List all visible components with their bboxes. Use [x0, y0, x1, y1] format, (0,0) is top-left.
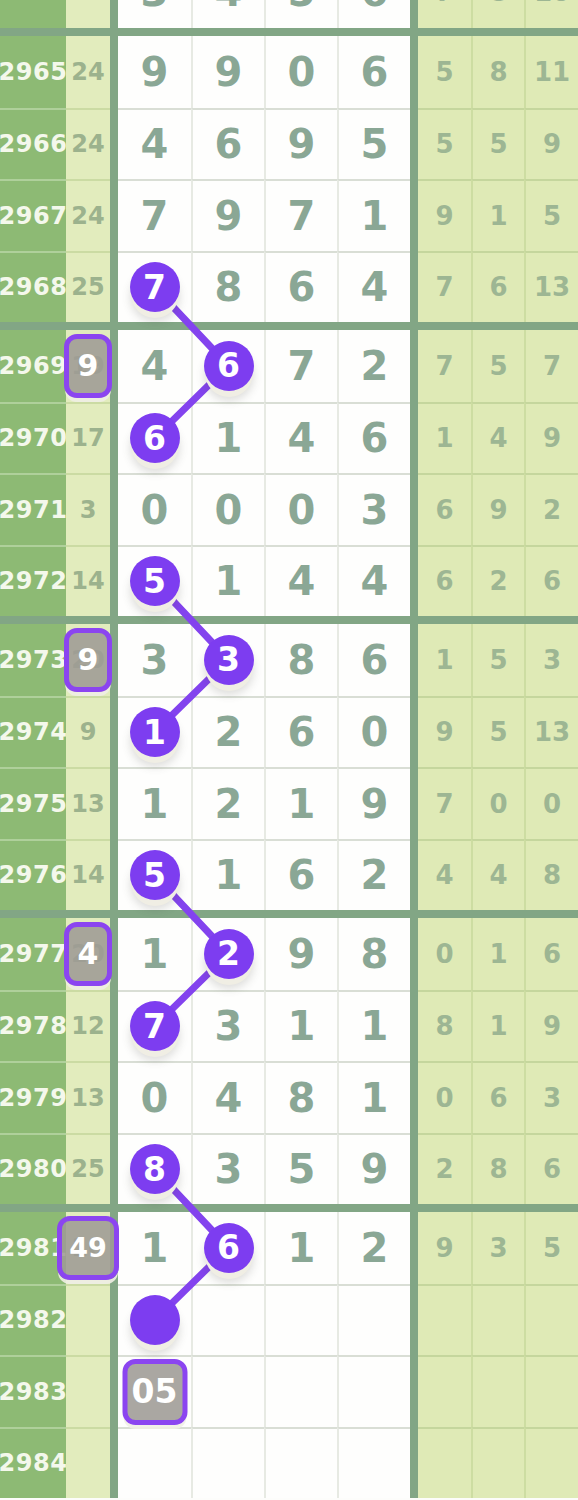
- stat-cell: 2: [524, 473, 578, 545]
- period-cell: 2980: [0, 1133, 66, 1205]
- digit-cell: [264, 1427, 337, 1499]
- digit-cell: [191, 1355, 264, 1427]
- digit-value: 2: [361, 1225, 389, 1271]
- stat-cell: [471, 1427, 524, 1499]
- digit-value: 4: [288, 558, 316, 604]
- digit-value: 1: [215, 558, 243, 604]
- digit-cell: 6: [264, 251, 337, 323]
- stat-cell: 9: [471, 473, 524, 545]
- digit-value: 4: [215, 0, 243, 15]
- digit-cell: 3: [118, 624, 191, 696]
- digit-value: 6: [361, 637, 389, 683]
- stat-cell: 0: [418, 1061, 471, 1133]
- sum-cell: 9: [66, 696, 110, 768]
- table-row: 2980258359286: [0, 1133, 578, 1205]
- stat-cell: 6: [418, 545, 471, 617]
- digit-cell: 5: [337, 108, 410, 180]
- digit-cell: 6: [191, 1212, 264, 1284]
- period-cell: 2983: [0, 1355, 66, 1427]
- digit-value: 0: [361, 709, 389, 755]
- stat-cell: 8: [471, 1133, 524, 1205]
- digit-cell: 2: [337, 330, 410, 402]
- period-cell: 2984: [0, 1427, 66, 1499]
- circled-digit-marker[interactable]: 6: [204, 1223, 254, 1273]
- table-row: 298110491612935: [0, 1212, 578, 1284]
- stat-value: 3: [489, 1233, 507, 1263]
- period-cell: 2982: [0, 1284, 66, 1356]
- digit-cell: [118, 1284, 191, 1356]
- digit-value: 7: [288, 343, 316, 389]
- digit-cell: 3: [191, 624, 264, 696]
- digit-value: 1: [215, 852, 243, 898]
- sum-cell: 14: [66, 545, 110, 617]
- digit-cell: 9: [264, 918, 337, 990]
- table-row: 29772041298016: [0, 918, 578, 990]
- stat-cell: 3: [524, 624, 578, 696]
- vertical-border: [110, 839, 118, 911]
- stat-cell: 0: [418, 918, 471, 990]
- vertical-border: [410, 251, 418, 323]
- digit-cell: 6: [191, 108, 264, 180]
- digit-cell: 4: [264, 545, 337, 617]
- vertical-border: [410, 1355, 418, 1427]
- sum-pick-badge[interactable]: 49: [57, 1216, 119, 1280]
- vertical-border: [410, 108, 418, 180]
- stat-value: 4: [489, 423, 507, 453]
- circled-digit-marker[interactable]: [130, 1295, 180, 1345]
- stat-value: 8: [543, 860, 561, 890]
- stat-value: 5: [543, 1233, 561, 1263]
- stat-value: 4: [489, 860, 507, 890]
- stat-value: 9: [435, 717, 453, 747]
- digit-cell: 4: [337, 545, 410, 617]
- stat-value: 6: [543, 1154, 561, 1184]
- period-cell: 2970: [0, 402, 66, 474]
- stat-value: 10: [534, 0, 570, 7]
- table-row: 298305: [0, 1355, 578, 1427]
- vertical-border: [410, 767, 418, 839]
- digit-value: 4: [215, 1075, 243, 1121]
- digit-value: 4: [288, 415, 316, 461]
- digit-value: 8: [361, 931, 389, 977]
- vertical-border: [410, 696, 418, 768]
- stat-cell: 8: [418, 990, 471, 1062]
- stat-value: 7: [435, 272, 453, 302]
- digit-cell: [337, 1284, 410, 1356]
- digit-value: 2: [215, 709, 243, 755]
- stat-cell: 9: [418, 179, 471, 251]
- digit-cell: 8: [118, 1133, 191, 1205]
- table-row: 2982: [0, 1284, 578, 1356]
- stat-value: 9: [435, 1233, 453, 1263]
- digit-value: 9: [141, 49, 169, 95]
- sum-cell: 24: [66, 108, 110, 180]
- digit-cell: 6: [337, 0, 410, 28]
- table-row: 29682578647613: [0, 251, 578, 323]
- stat-value: 8: [489, 1154, 507, 1184]
- vertical-border: [410, 1427, 418, 1499]
- sum-value: 12: [71, 1012, 104, 1040]
- stat-cell: 7: [418, 330, 471, 402]
- stat-cell: 7: [524, 330, 578, 402]
- digit-pick-badge[interactable]: 05: [122, 1359, 187, 1425]
- digit-cell: [118, 1427, 191, 1499]
- digit-value: 6: [288, 709, 316, 755]
- stat-value: 8: [435, 1011, 453, 1041]
- stat-value: 5: [543, 201, 561, 231]
- period-label: 2982: [0, 1306, 67, 1334]
- digit-cell: 4: [191, 0, 264, 28]
- period-cell: 2967: [0, 179, 66, 251]
- digit-cell: 8: [337, 918, 410, 990]
- digit-cell: 1: [191, 402, 264, 474]
- period-label: 2969: [0, 352, 67, 380]
- digit-value: 9: [215, 49, 243, 95]
- table-row: 2967247971915: [0, 179, 578, 251]
- digit-cell: 4: [191, 1061, 264, 1133]
- digit-value: 8: [288, 637, 316, 683]
- period-cell: 2973: [0, 624, 66, 696]
- digit-cell: 6: [337, 36, 410, 108]
- sum-cell: 209: [66, 624, 110, 696]
- sum-pick-badge[interactable]: 9: [64, 628, 112, 692]
- stat-cell: 13: [524, 251, 578, 323]
- vertical-border: [110, 473, 118, 545]
- digit-cell: 2: [337, 1212, 410, 1284]
- vertical-border: [410, 1061, 418, 1133]
- digit-cell: 05: [118, 1355, 191, 1427]
- vertical-border: [110, 1133, 118, 1205]
- period-label: 2972: [0, 567, 67, 595]
- digit-value: 1: [288, 781, 316, 827]
- digit-cell: 5: [118, 839, 191, 911]
- sum-value: 3: [80, 496, 97, 524]
- stat-cell: 4: [471, 839, 524, 911]
- stat-cell: [524, 1284, 578, 1356]
- stat-cell: 1: [471, 918, 524, 990]
- sum-cell: 25: [66, 1133, 110, 1205]
- vertical-border: [110, 1061, 118, 1133]
- vertical-border: [410, 918, 418, 990]
- stat-cell: 7: [418, 251, 471, 323]
- sum-value: 9: [80, 718, 97, 746]
- period-cell: 2969: [0, 330, 66, 402]
- stat-cell: 5: [471, 696, 524, 768]
- vertical-border: [110, 36, 118, 108]
- digit-cell: 8: [264, 1061, 337, 1133]
- digit-cell: [337, 1427, 410, 1499]
- stat-cell: 9: [418, 1212, 471, 1284]
- digit-cell: 0: [118, 1061, 191, 1133]
- stat-value: 1: [489, 939, 507, 969]
- sum-value: 13: [71, 1084, 104, 1112]
- period-label: 2966: [0, 130, 67, 158]
- vertical-border: [110, 251, 118, 323]
- circled-digit-marker[interactable]: 5: [130, 850, 180, 900]
- stat-cell: 1: [471, 179, 524, 251]
- digit-cell: 1: [191, 839, 264, 911]
- stat-value: 7: [543, 351, 561, 381]
- stat-value: 1: [489, 201, 507, 231]
- vertical-border: [410, 1212, 418, 1284]
- digit-value: 0: [288, 487, 316, 533]
- table-row: 2975131219700: [0, 767, 578, 839]
- digit-cell: 1: [118, 767, 191, 839]
- stat-cell: 5: [524, 179, 578, 251]
- group-separator: [0, 910, 578, 918]
- stat-value: 7: [435, 789, 453, 819]
- digit-cell: 7: [264, 179, 337, 251]
- digit-cell: 5: [118, 545, 191, 617]
- sum-value: 13: [71, 790, 104, 818]
- stat-value: 6: [435, 566, 453, 596]
- stat-cell: [471, 1284, 524, 1356]
- stat-value: 9: [543, 129, 561, 159]
- vertical-border: [410, 0, 418, 28]
- period-label: 2976: [0, 861, 67, 889]
- stat-cell: 5: [418, 108, 471, 180]
- vertical-border: [110, 990, 118, 1062]
- digit-value: 6: [288, 264, 316, 310]
- digit-cell: 6: [337, 402, 410, 474]
- digit-value: 5: [288, 1146, 316, 1192]
- circled-digit-marker[interactable]: 8: [130, 1144, 180, 1194]
- digit-value: 2: [361, 343, 389, 389]
- table-row: 297130003692: [0, 473, 578, 545]
- stat-cell: 9: [524, 990, 578, 1062]
- period-label: 2978: [0, 1012, 67, 1040]
- sum-cell: 13: [66, 767, 110, 839]
- sum-value: 18: [71, 0, 104, 6]
- table-row: 2972145144626: [0, 545, 578, 617]
- stat-cell: 10: [524, 0, 578, 28]
- stat-value: 5: [489, 351, 507, 381]
- period-cell: 2977: [0, 918, 66, 990]
- table-row: 29691994672757: [0, 330, 578, 402]
- stat-value: 13: [534, 272, 570, 302]
- stat-cell: [471, 1355, 524, 1427]
- vertical-border: [110, 1355, 118, 1427]
- digit-value: 5: [288, 0, 316, 15]
- digit-value: 2: [361, 852, 389, 898]
- digit-cell: 6: [264, 696, 337, 768]
- period-label: 2971: [0, 496, 67, 524]
- digit-cell: 2: [191, 918, 264, 990]
- table-row: 2978127311819: [0, 990, 578, 1062]
- sum-cell: 14: [66, 839, 110, 911]
- stat-value: 8: [489, 57, 507, 87]
- digit-cell: 4: [118, 330, 191, 402]
- stat-cell: 6: [418, 473, 471, 545]
- circled-digit-marker[interactable]: 1: [130, 707, 180, 757]
- table-row: 29652499065811: [0, 36, 578, 108]
- vertical-border: [410, 1284, 418, 1356]
- table-row: 2974912609513: [0, 696, 578, 768]
- stat-cell: 8: [524, 839, 578, 911]
- stat-value: 13: [534, 717, 570, 747]
- digit-cell: 1: [118, 696, 191, 768]
- stat-cell: 4: [418, 839, 471, 911]
- stat-cell: 6: [524, 545, 578, 617]
- vertical-border: [110, 1284, 118, 1356]
- circled-digit-marker[interactable]: 5: [130, 556, 180, 606]
- stat-cell: 5: [418, 36, 471, 108]
- stat-value: 5: [435, 129, 453, 159]
- digit-value: 1: [215, 415, 243, 461]
- digit-value: 9: [288, 121, 316, 167]
- sum-cell: [66, 1284, 110, 1356]
- vertical-border: [410, 402, 418, 474]
- digit-value: 7: [288, 193, 316, 239]
- stat-cell: 1: [471, 990, 524, 1062]
- circled-digit-marker[interactable]: 7: [130, 1001, 180, 1051]
- sum-cell: [66, 1427, 110, 1499]
- vertical-border: [410, 330, 418, 402]
- vertical-border: [410, 179, 418, 251]
- digit-cell: 1: [118, 918, 191, 990]
- digit-value: 3: [141, 637, 169, 683]
- digit-cell: 0: [118, 473, 191, 545]
- digit-cell: 4: [118, 108, 191, 180]
- sum-cell: [66, 1355, 110, 1427]
- sum-value: 24: [71, 58, 104, 86]
- vertical-border: [410, 1133, 418, 1205]
- digit-value: 8: [288, 1075, 316, 1121]
- digit-cell: 9: [118, 36, 191, 108]
- period-label: 2968: [0, 273, 67, 301]
- digit-cell: 3: [118, 0, 191, 28]
- circled-digit-marker[interactable]: 6: [130, 413, 180, 463]
- digit-cell: 7: [118, 179, 191, 251]
- vertical-border: [410, 990, 418, 1062]
- digit-cell: 1: [337, 179, 410, 251]
- digit-value: 1: [141, 1225, 169, 1271]
- period-label: 2977: [0, 940, 67, 968]
- period-label: 2975: [0, 790, 67, 818]
- stat-cell: 8: [471, 36, 524, 108]
- digit-value: 4: [141, 121, 169, 167]
- sum-value: 14: [71, 861, 104, 889]
- digit-cell: 1: [337, 1061, 410, 1133]
- stat-value: 5: [489, 129, 507, 159]
- stat-value: 9: [435, 201, 453, 231]
- stat-cell: 6: [471, 1061, 524, 1133]
- period-cell: 2978: [0, 990, 66, 1062]
- table-row: 2966244695559: [0, 108, 578, 180]
- circled-digit-marker[interactable]: 2: [204, 929, 254, 979]
- digit-cell: 9: [337, 1133, 410, 1205]
- digit-cell: 2: [191, 696, 264, 768]
- digit-cell: 5: [264, 0, 337, 28]
- vertical-border: [410, 36, 418, 108]
- sum-value: 25: [71, 1155, 104, 1183]
- stat-value: 5: [435, 57, 453, 87]
- period-label: 2983: [0, 1378, 67, 1406]
- digit-value: 0: [288, 49, 316, 95]
- digit-cell: [337, 1355, 410, 1427]
- digit-cell: 0: [264, 473, 337, 545]
- digit-value: 0: [141, 1075, 169, 1121]
- sum-cell: 204: [66, 918, 110, 990]
- circled-digit-marker[interactable]: 3: [204, 635, 254, 685]
- sum-cell: 24: [66, 36, 110, 108]
- circled-digit-marker[interactable]: 6: [204, 341, 254, 391]
- digit-value: 2: [215, 781, 243, 827]
- digit-cell: [191, 1284, 264, 1356]
- digit-cell: 3: [191, 990, 264, 1062]
- stat-cell: 5: [471, 330, 524, 402]
- digit-cell: 7: [118, 990, 191, 1062]
- stat-value: 0: [435, 939, 453, 969]
- digit-cell: 6: [337, 624, 410, 696]
- vertical-border: [110, 696, 118, 768]
- vertical-border: [110, 545, 118, 617]
- table-row: 2976145162448: [0, 839, 578, 911]
- digit-value: 5: [361, 121, 389, 167]
- digit-cell: 0: [264, 36, 337, 108]
- stat-value: 1: [435, 423, 453, 453]
- stat-cell: 5: [471, 108, 524, 180]
- sum-value: 14: [71, 567, 104, 595]
- digit-value: 6: [361, 49, 389, 95]
- stat-value: 9: [489, 495, 507, 525]
- stat-value: 7: [435, 351, 453, 381]
- stat-cell: [524, 1355, 578, 1427]
- vertical-border: [110, 179, 118, 251]
- digit-value: 1: [361, 1075, 389, 1121]
- period-label: 2964: [0, 0, 67, 6]
- group-separator: [0, 28, 578, 36]
- digit-value: 4: [361, 558, 389, 604]
- digit-cell: 1: [118, 1212, 191, 1284]
- table-row: 29732093386153: [0, 624, 578, 696]
- sum-pick-badge[interactable]: 9: [64, 334, 112, 398]
- digit-value: 9: [361, 781, 389, 827]
- digit-value: 1: [361, 1003, 389, 1049]
- stat-cell: 9: [418, 696, 471, 768]
- digit-value: 3: [141, 0, 169, 15]
- stat-cell: 11: [524, 36, 578, 108]
- stat-value: 2: [489, 566, 507, 596]
- digit-cell: 1: [264, 1212, 337, 1284]
- stat-cell: 3: [524, 1061, 578, 1133]
- period-cell: 2975: [0, 767, 66, 839]
- group-separator: [0, 322, 578, 330]
- digit-value: 9: [361, 1146, 389, 1192]
- sum-pick-badge[interactable]: 4: [64, 922, 112, 986]
- period-label: 2967: [0, 202, 67, 230]
- sum-value: 24: [71, 130, 104, 158]
- digit-value: 0: [215, 487, 243, 533]
- stat-value: 7: [435, 0, 453, 7]
- stat-cell: 5: [471, 624, 524, 696]
- circled-digit-marker[interactable]: 7: [130, 262, 180, 312]
- digit-cell: 1: [264, 990, 337, 1062]
- vertical-border: [110, 0, 118, 28]
- digit-cell: 4: [337, 251, 410, 323]
- digit-cell: [264, 1284, 337, 1356]
- period-cell: 2965: [0, 36, 66, 108]
- stat-cell: [418, 1427, 471, 1499]
- sum-cell: 199: [66, 330, 110, 402]
- clipped-top-row: 29641834567810: [0, 0, 578, 28]
- digit-cell: 6: [264, 839, 337, 911]
- digit-cell: 1: [337, 990, 410, 1062]
- stat-cell: 0: [471, 767, 524, 839]
- sum-value: 24: [71, 202, 104, 230]
- digit-cell: 1: [191, 545, 264, 617]
- digit-value: 3: [361, 487, 389, 533]
